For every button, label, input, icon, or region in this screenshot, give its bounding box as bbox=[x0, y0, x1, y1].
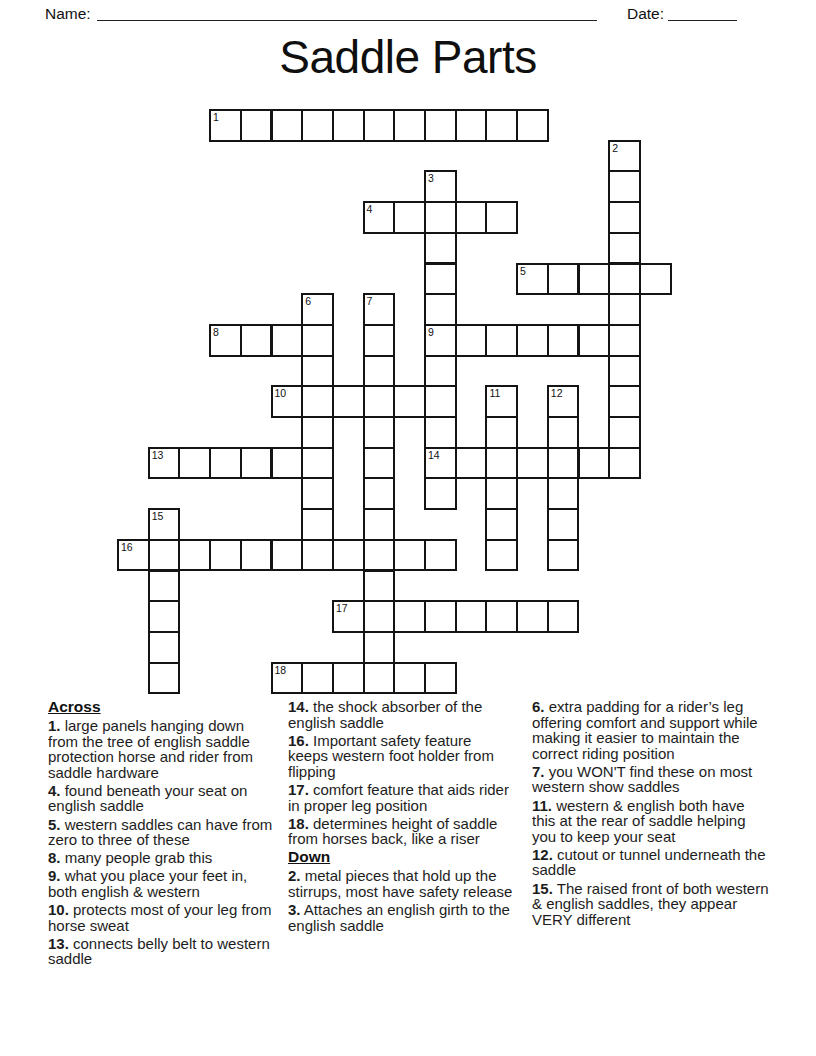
grid-cell-r1c16[interactable]: 2 bbox=[608, 140, 641, 173]
grid-cell-r7c5[interactable] bbox=[271, 324, 304, 357]
grid-cell-r18c5[interactable]: 18 bbox=[271, 662, 304, 695]
grid-cell-r13c6[interactable] bbox=[301, 508, 334, 541]
grid-cell-r5c15[interactable] bbox=[578, 263, 611, 296]
grid-cell-r3c11[interactable] bbox=[455, 201, 488, 234]
grid-cell-r0c8[interactable] bbox=[363, 109, 396, 142]
clue-column-2: 14. the shock absorber of the english sa… bbox=[288, 699, 514, 936]
clue-down-11: 11. western & english both have this at … bbox=[532, 798, 770, 845]
grid-cell-r0c4[interactable] bbox=[240, 109, 273, 142]
grid-cell-r11c14[interactable] bbox=[547, 447, 580, 480]
grid-cell-r11c5[interactable] bbox=[271, 447, 304, 480]
grid-cell-r6c6[interactable]: 6 bbox=[301, 293, 334, 326]
clue-number-5: 5 bbox=[518, 265, 547, 277]
grid-cell-r9c6[interactable] bbox=[301, 385, 334, 418]
grid-cell-r5c16[interactable] bbox=[608, 263, 641, 296]
grid-cell-r15c8[interactable] bbox=[363, 570, 396, 603]
clue-down-12: 12. cutout or tunnel underneath the sadd… bbox=[532, 847, 770, 878]
grid-cell-r7c3[interactable]: 8 bbox=[209, 324, 242, 357]
grid-cell-r5c13[interactable]: 5 bbox=[516, 263, 549, 296]
clue-across-18: 18. determines height of saddle from hor… bbox=[288, 816, 514, 847]
clue-number-15: 15 bbox=[150, 510, 179, 522]
clue-column-3: 6. extra padding for a rider’s leg offer… bbox=[532, 699, 770, 930]
grid-cell-r11c10[interactable]: 14 bbox=[424, 447, 457, 480]
grid-cell-r6c8[interactable]: 7 bbox=[363, 293, 396, 326]
grid-cell-r3c9[interactable] bbox=[393, 201, 426, 234]
clue-across-5: 5. western saddles can have from zero to… bbox=[48, 817, 274, 848]
clue-down-15: 15. The raised front of both western & e… bbox=[532, 881, 770, 928]
grid-cell-r7c8[interactable] bbox=[363, 324, 396, 357]
clue-number-1: 1 bbox=[211, 111, 240, 123]
clue-number-17: 17 bbox=[334, 602, 363, 614]
grid-cell-r16c12[interactable] bbox=[485, 600, 518, 633]
grid-cell-r11c11[interactable] bbox=[455, 447, 488, 480]
grid-cell-r11c16[interactable] bbox=[608, 447, 641, 480]
grid-cell-r14c5[interactable] bbox=[271, 539, 304, 572]
crossword-grid: 123456789101112131415161718 bbox=[117, 109, 673, 695]
clue-number-14: 14 bbox=[426, 449, 455, 461]
date-blank-line[interactable] bbox=[668, 1, 737, 21]
grid-cell-r7c11[interactable] bbox=[455, 324, 488, 357]
grid-cell-r7c4[interactable] bbox=[240, 324, 273, 357]
grid-cell-r18c7[interactable] bbox=[332, 662, 365, 695]
grid-cell-r3c16[interactable] bbox=[608, 201, 641, 234]
grid-cell-r10c8[interactable] bbox=[363, 416, 396, 449]
grid-cell-r10c10[interactable] bbox=[424, 416, 457, 449]
clue-across-9: 9. what you place your feet in, both eng… bbox=[48, 868, 274, 899]
grid-cell-r12c14[interactable] bbox=[547, 477, 580, 510]
grid-cell-r8c10[interactable] bbox=[424, 355, 457, 388]
clue-down-6: 6. extra padding for a rider’s leg offer… bbox=[532, 699, 770, 761]
grid-cell-r7c15[interactable] bbox=[578, 324, 611, 357]
grid-cell-r9c5[interactable]: 10 bbox=[271, 385, 304, 418]
clue-down-3: 3. Attaches an english girth to the engl… bbox=[288, 902, 514, 933]
grid-cell-r7c6[interactable] bbox=[301, 324, 334, 357]
clue-number-6: 6 bbox=[303, 295, 332, 307]
grid-cell-r11c15[interactable] bbox=[578, 447, 611, 480]
grid-cell-r17c1[interactable] bbox=[148, 631, 181, 664]
grid-cell-r8c8[interactable] bbox=[363, 355, 396, 388]
grid-cell-r9c14[interactable]: 12 bbox=[547, 385, 580, 418]
grid-cell-r18c9[interactable] bbox=[393, 662, 426, 695]
clue-number-4: 4 bbox=[365, 203, 394, 215]
grid-cell-r6c10[interactable] bbox=[424, 293, 457, 326]
grid-cell-r11c4[interactable] bbox=[240, 447, 273, 480]
grid-cell-r11c13[interactable] bbox=[516, 447, 549, 480]
clue-across-1: 1. large panels hanging down from the tr… bbox=[48, 718, 274, 780]
grid-cell-r14c9[interactable] bbox=[393, 539, 426, 572]
clue-down-2: 2. metal pieces that hold up the stirrup… bbox=[288, 868, 514, 899]
clue-across-14: 14. the shock absorber of the english sa… bbox=[288, 699, 514, 730]
grid-cell-r14c1[interactable] bbox=[148, 539, 181, 572]
clue-down-7: 7. you WON'T find these on most western … bbox=[532, 764, 770, 795]
grid-cell-r0c5[interactable] bbox=[271, 109, 304, 142]
grid-cell-r8c6[interactable] bbox=[301, 355, 334, 388]
grid-cell-r7c12[interactable] bbox=[485, 324, 518, 357]
clue-number-18: 18 bbox=[273, 664, 302, 676]
date-label: Date: bbox=[627, 5, 664, 23]
grid-cell-r7c16[interactable] bbox=[608, 324, 641, 357]
grid-cell-r15c1[interactable] bbox=[148, 570, 181, 603]
grid-cell-r14c2[interactable] bbox=[178, 539, 211, 572]
grid-cell-r0c12[interactable] bbox=[485, 109, 518, 142]
grid-cell-r12c6[interactable] bbox=[301, 477, 334, 510]
clue-number-13: 13 bbox=[150, 449, 179, 461]
grid-cell-r3c12[interactable] bbox=[485, 201, 518, 234]
grid-cell-r0c10[interactable] bbox=[424, 109, 457, 142]
grid-cell-r14c8[interactable] bbox=[363, 539, 396, 572]
grid-cell-r10c6[interactable] bbox=[301, 416, 334, 449]
grid-cell-r9c12[interactable]: 11 bbox=[485, 385, 518, 418]
grid-cell-r7c14[interactable] bbox=[547, 324, 580, 357]
grid-cell-r4c10[interactable] bbox=[424, 232, 457, 265]
name-blank-line[interactable] bbox=[97, 1, 597, 21]
grid-cell-r0c3[interactable]: 1 bbox=[209, 109, 242, 142]
grid-cell-r5c10[interactable] bbox=[424, 263, 457, 296]
grid-cell-r5c14[interactable] bbox=[547, 263, 580, 296]
clue-number-9: 9 bbox=[426, 326, 455, 338]
clue-across-8: 8. many people grab this bbox=[48, 850, 274, 866]
clue-number-12: 12 bbox=[549, 387, 578, 399]
grid-cell-r11c2[interactable] bbox=[178, 447, 211, 480]
grid-cell-r14c7[interactable] bbox=[332, 539, 365, 572]
grid-cell-r11c1[interactable]: 13 bbox=[148, 447, 181, 480]
grid-cell-r14c14[interactable] bbox=[547, 539, 580, 572]
grid-cell-r11c8[interactable] bbox=[363, 447, 396, 480]
grid-cell-r13c1[interactable]: 15 bbox=[148, 508, 181, 541]
grid-cell-r11c3[interactable] bbox=[209, 447, 242, 480]
grid-cell-r13c12[interactable] bbox=[485, 508, 518, 541]
grid-cell-r14c6[interactable] bbox=[301, 539, 334, 572]
grid-cell-r18c1[interactable] bbox=[148, 662, 181, 695]
grid-cell-r14c12[interactable] bbox=[485, 539, 518, 572]
grid-cell-r11c6[interactable] bbox=[301, 447, 334, 480]
grid-cell-r16c13[interactable] bbox=[516, 600, 549, 633]
grid-cell-r3c8[interactable]: 4 bbox=[363, 201, 396, 234]
grid-cell-r10c12[interactable] bbox=[485, 416, 518, 449]
grid-cell-r2c10[interactable]: 3 bbox=[424, 170, 457, 203]
clues-heading-across: Across bbox=[48, 699, 274, 715]
clue-column-1: Across1. large panels hanging down from … bbox=[48, 699, 274, 969]
clue-number-2: 2 bbox=[610, 142, 639, 154]
grid-cell-r13c8[interactable] bbox=[363, 508, 396, 541]
grid-cell-r0c13[interactable] bbox=[516, 109, 549, 142]
grid-cell-r7c13[interactable] bbox=[516, 324, 549, 357]
clue-across-16: 16. Important safety feature keeps weste… bbox=[288, 733, 514, 780]
grid-cell-r12c12[interactable] bbox=[485, 477, 518, 510]
grid-cell-r16c11[interactable] bbox=[455, 600, 488, 633]
grid-cell-r18c6[interactable] bbox=[301, 662, 334, 695]
grid-cell-r12c10[interactable] bbox=[424, 477, 457, 510]
grid-cell-r16c10[interactable] bbox=[424, 600, 457, 633]
grid-cell-r9c8[interactable] bbox=[363, 385, 396, 418]
grid-cell-r8c16[interactable] bbox=[608, 355, 641, 388]
clue-across-10: 10. protects most of your leg from horse… bbox=[48, 902, 274, 933]
grid-cell-r18c8[interactable] bbox=[363, 662, 396, 695]
grid-cell-r16c8[interactable] bbox=[363, 600, 396, 633]
grid-cell-r18c10[interactable] bbox=[424, 662, 457, 695]
clues-heading-down: Down bbox=[288, 849, 514, 865]
grid-cell-r17c8[interactable] bbox=[363, 631, 396, 664]
grid-cell-r2c16[interactable] bbox=[608, 170, 641, 203]
grid-cell-r0c11[interactable] bbox=[455, 109, 488, 142]
clue-number-7: 7 bbox=[365, 295, 394, 307]
grid-cell-r0c9[interactable] bbox=[393, 109, 426, 142]
grid-cell-r6c16[interactable] bbox=[608, 293, 641, 326]
grid-cell-r5c17[interactable] bbox=[639, 263, 672, 296]
grid-cell-r13c14[interactable] bbox=[547, 508, 580, 541]
grid-cell-r16c14[interactable] bbox=[547, 600, 580, 633]
clue-across-17: 17. comfort feature that aids rider in p… bbox=[288, 782, 514, 813]
grid-cell-r16c7[interactable]: 17 bbox=[332, 600, 365, 633]
clue-across-4: 4. found beneath your seat on english sa… bbox=[48, 783, 274, 814]
grid-cell-r9c9[interactable] bbox=[393, 385, 426, 418]
clue-number-11: 11 bbox=[487, 387, 516, 399]
clue-number-3: 3 bbox=[426, 172, 455, 184]
clue-number-16: 16 bbox=[119, 541, 148, 553]
grid-cell-r10c16[interactable] bbox=[608, 416, 641, 449]
name-label: Name: bbox=[45, 5, 91, 23]
grid-cell-r12c8[interactable] bbox=[363, 477, 396, 510]
grid-cell-r0c7[interactable] bbox=[332, 109, 365, 142]
grid-cell-r9c10[interactable] bbox=[424, 385, 457, 418]
grid-cell-r11c12[interactable] bbox=[485, 447, 518, 480]
grid-cell-r14c3[interactable] bbox=[209, 539, 242, 572]
grid-cell-r4c16[interactable] bbox=[608, 232, 641, 265]
clue-number-10: 10 bbox=[273, 387, 302, 399]
grid-cell-r0c6[interactable] bbox=[301, 109, 334, 142]
grid-cell-r9c16[interactable] bbox=[608, 385, 641, 418]
grid-cell-r10c14[interactable] bbox=[547, 416, 580, 449]
clue-across-13: 13. connects belly belt to western saddl… bbox=[48, 936, 274, 967]
grid-cell-r7c10[interactable]: 9 bbox=[424, 324, 457, 357]
grid-cell-r14c0[interactable]: 16 bbox=[117, 539, 150, 572]
puzzle-title: Saddle Parts bbox=[0, 30, 816, 84]
grid-cell-r9c7[interactable] bbox=[332, 385, 365, 418]
grid-cell-r14c10[interactable] bbox=[424, 539, 457, 572]
grid-cell-r14c4[interactable] bbox=[240, 539, 273, 572]
grid-cell-r3c10[interactable] bbox=[424, 201, 457, 234]
clue-number-8: 8 bbox=[211, 326, 240, 338]
grid-cell-r16c1[interactable] bbox=[148, 600, 181, 633]
grid-cell-r16c9[interactable] bbox=[393, 600, 426, 633]
